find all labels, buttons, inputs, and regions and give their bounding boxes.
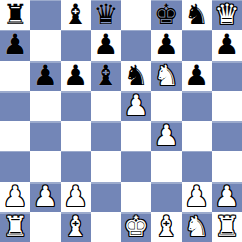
square-e1[interactable]: ♚ <box>121 212 151 242</box>
square-f5[interactable] <box>151 91 181 121</box>
square-f7[interactable]: ♟ <box>151 30 181 60</box>
piece-white-queen[interactable]: ♛ <box>214 1 239 29</box>
piece-white-rook[interactable]: ♜ <box>3 213 28 241</box>
square-b4[interactable] <box>30 121 60 151</box>
square-d8[interactable]: ♛ <box>91 0 121 30</box>
piece-white-pawn[interactable]: ♟ <box>63 183 88 211</box>
square-d3[interactable] <box>91 151 121 181</box>
piece-black-pawn[interactable]: ♟ <box>214 31 239 59</box>
square-c3[interactable] <box>61 151 91 181</box>
square-a4[interactable] <box>0 121 30 151</box>
square-c1[interactable]: ♝ <box>61 212 91 242</box>
square-b7[interactable] <box>30 30 60 60</box>
square-e3[interactable] <box>121 151 151 181</box>
piece-black-knight[interactable]: ♞ <box>124 62 149 90</box>
square-b2[interactable]: ♟ <box>30 182 60 212</box>
piece-black-pawn[interactable]: ♟ <box>33 62 58 90</box>
piece-black-pawn[interactable]: ♟ <box>154 31 179 59</box>
square-g2[interactable]: ♟ <box>182 182 212 212</box>
square-f4[interactable]: ♟ <box>151 121 181 151</box>
square-d1[interactable] <box>91 212 121 242</box>
square-h4[interactable] <box>212 121 242 151</box>
square-e2[interactable] <box>121 182 151 212</box>
square-e8[interactable] <box>121 0 151 30</box>
square-f8[interactable]: ♚ <box>151 0 181 30</box>
square-g5[interactable] <box>182 91 212 121</box>
square-c6[interactable]: ♟ <box>61 61 91 91</box>
piece-black-pawn[interactable]: ♟ <box>93 31 118 59</box>
square-b8[interactable] <box>30 0 60 30</box>
square-f6[interactable]: ♞ <box>151 61 181 91</box>
square-d6[interactable]: ♝ <box>91 61 121 91</box>
square-a5[interactable] <box>0 91 30 121</box>
square-d2[interactable] <box>91 182 121 212</box>
square-e6[interactable]: ♞ <box>121 61 151 91</box>
piece-white-rook[interactable]: ♜ <box>214 213 239 241</box>
square-b1[interactable] <box>30 212 60 242</box>
square-g1[interactable]: ♞ <box>182 212 212 242</box>
piece-black-rook[interactable]: ♜ <box>3 1 28 29</box>
piece-white-knight[interactable]: ♞ <box>184 213 209 241</box>
square-e5[interactable]: ♟ <box>121 91 151 121</box>
square-a8[interactable]: ♜ <box>0 0 30 30</box>
square-f1[interactable]: ♝ <box>151 212 181 242</box>
piece-black-pawn[interactable]: ♟ <box>63 62 88 90</box>
square-c8[interactable]: ♝ <box>61 0 91 30</box>
square-h6[interactable] <box>212 61 242 91</box>
piece-black-pawn[interactable]: ♟ <box>184 62 209 90</box>
square-a2[interactable]: ♟ <box>0 182 30 212</box>
square-e7[interactable] <box>121 30 151 60</box>
piece-white-pawn[interactable]: ♟ <box>184 183 209 211</box>
piece-black-pawn[interactable]: ♟ <box>3 31 28 59</box>
square-g7[interactable] <box>182 30 212 60</box>
square-g8[interactable]: ♞ <box>182 0 212 30</box>
square-c4[interactable] <box>61 121 91 151</box>
square-c2[interactable]: ♟ <box>61 182 91 212</box>
piece-white-knight[interactable]: ♞ <box>154 62 179 90</box>
square-a6[interactable] <box>0 61 30 91</box>
square-f2[interactable] <box>151 182 181 212</box>
square-c5[interactable] <box>61 91 91 121</box>
square-b6[interactable]: ♟ <box>30 61 60 91</box>
square-a1[interactable]: ♜ <box>0 212 30 242</box>
piece-white-pawn[interactable]: ♟ <box>214 183 239 211</box>
square-b5[interactable] <box>30 91 60 121</box>
square-g4[interactable] <box>182 121 212 151</box>
piece-white-bishop[interactable]: ♝ <box>63 213 88 241</box>
square-g6[interactable]: ♟ <box>182 61 212 91</box>
square-a7[interactable]: ♟ <box>0 30 30 60</box>
piece-black-bishop[interactable]: ♝ <box>93 62 118 90</box>
square-h8[interactable]: ♛ <box>212 0 242 30</box>
piece-black-king[interactable]: ♚ <box>154 1 179 29</box>
square-d4[interactable] <box>91 121 121 151</box>
square-b3[interactable] <box>30 151 60 181</box>
square-a3[interactable] <box>0 151 30 181</box>
square-h5[interactable] <box>212 91 242 121</box>
square-c7[interactable] <box>61 30 91 60</box>
piece-black-queen[interactable]: ♛ <box>93 1 118 29</box>
square-h1[interactable]: ♜ <box>212 212 242 242</box>
piece-white-pawn[interactable]: ♟ <box>154 122 179 150</box>
chessboard: ♜♝♛♚♞♛♟♟♟♟♟♟♝♞♞♟♟♟♟♟♟♟♟♜♝♚♝♞♜ <box>0 0 242 242</box>
square-h3[interactable] <box>212 151 242 181</box>
square-h7[interactable]: ♟ <box>212 30 242 60</box>
piece-black-knight[interactable]: ♞ <box>184 1 209 29</box>
piece-white-bishop[interactable]: ♝ <box>154 213 179 241</box>
square-d7[interactable]: ♟ <box>91 30 121 60</box>
piece-white-pawn[interactable]: ♟ <box>33 183 58 211</box>
square-f3[interactable] <box>151 151 181 181</box>
square-d5[interactable] <box>91 91 121 121</box>
square-e4[interactable] <box>121 121 151 151</box>
piece-white-pawn[interactable]: ♟ <box>3 183 28 211</box>
piece-white-king[interactable]: ♚ <box>124 213 149 241</box>
piece-white-pawn[interactable]: ♟ <box>124 92 149 120</box>
piece-black-bishop[interactable]: ♝ <box>63 1 88 29</box>
square-g3[interactable] <box>182 151 212 181</box>
square-h2[interactable]: ♟ <box>212 182 242 212</box>
